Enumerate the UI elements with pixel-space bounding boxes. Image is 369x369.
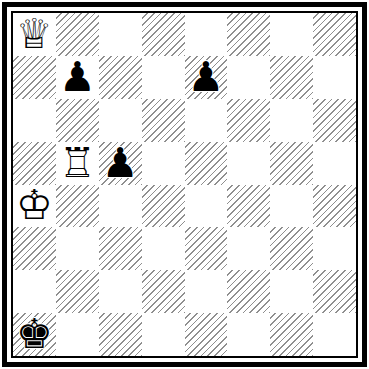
square-e1[interactable] (185, 313, 228, 356)
white-king: ♔ (16, 185, 53, 226)
square-h8[interactable] (313, 13, 356, 56)
square-g8[interactable] (270, 13, 313, 56)
square-a8[interactable]: ♕ (13, 13, 56, 56)
square-b5[interactable]: ♖ (56, 142, 99, 185)
square-g5[interactable] (270, 142, 313, 185)
square-e7[interactable]: ♟ (185, 56, 228, 99)
square-e4[interactable] (185, 185, 228, 228)
square-f5[interactable] (227, 142, 270, 185)
square-h6[interactable] (313, 99, 356, 142)
square-d8[interactable] (142, 13, 185, 56)
square-e3[interactable] (185, 227, 228, 270)
square-e6[interactable] (185, 99, 228, 142)
white-queen: ♕ (16, 14, 53, 55)
square-c5[interactable]: ♟ (99, 142, 142, 185)
square-b4[interactable] (56, 185, 99, 228)
square-b6[interactable] (56, 99, 99, 142)
square-g7[interactable] (270, 56, 313, 99)
board-outer-frame: ♕♟♟♖♟♔♚ (2, 2, 367, 367)
square-h4[interactable] (313, 185, 356, 228)
square-a5[interactable] (13, 142, 56, 185)
square-c8[interactable] (99, 13, 142, 56)
square-f1[interactable] (227, 313, 270, 356)
square-h5[interactable] (313, 142, 356, 185)
white-rook: ♖ (59, 143, 96, 184)
square-a6[interactable] (13, 99, 56, 142)
square-a7[interactable] (13, 56, 56, 99)
square-e5[interactable] (185, 142, 228, 185)
black-king: ♚ (16, 314, 53, 355)
square-f7[interactable] (227, 56, 270, 99)
square-b3[interactable] (56, 227, 99, 270)
square-h2[interactable] (313, 270, 356, 313)
square-f2[interactable] (227, 270, 270, 313)
square-g3[interactable] (270, 227, 313, 270)
square-f6[interactable] (227, 99, 270, 142)
square-h1[interactable] (313, 313, 356, 356)
square-e2[interactable] (185, 270, 228, 313)
black-pawn: ♟ (188, 57, 225, 98)
square-c7[interactable] (99, 56, 142, 99)
square-f3[interactable] (227, 227, 270, 270)
square-d4[interactable] (142, 185, 185, 228)
square-a2[interactable] (13, 270, 56, 313)
square-g1[interactable] (270, 313, 313, 356)
chessboard: ♕♟♟♖♟♔♚ (13, 13, 356, 356)
square-a3[interactable] (13, 227, 56, 270)
square-b2[interactable] (56, 270, 99, 313)
board-inner-frame: ♕♟♟♖♟♔♚ (11, 11, 358, 358)
chess-diagram: ♕♟♟♖♟♔♚ (0, 0, 369, 369)
square-d2[interactable] (142, 270, 185, 313)
square-g6[interactable] (270, 99, 313, 142)
square-f8[interactable] (227, 13, 270, 56)
square-c6[interactable] (99, 99, 142, 142)
square-d6[interactable] (142, 99, 185, 142)
square-d1[interactable] (142, 313, 185, 356)
square-h3[interactable] (313, 227, 356, 270)
square-c2[interactable] (99, 270, 142, 313)
square-c3[interactable] (99, 227, 142, 270)
square-a4[interactable]: ♔ (13, 185, 56, 228)
square-d3[interactable] (142, 227, 185, 270)
square-g4[interactable] (270, 185, 313, 228)
square-b8[interactable] (56, 13, 99, 56)
square-b1[interactable] (56, 313, 99, 356)
square-d7[interactable] (142, 56, 185, 99)
black-pawn: ♟ (102, 143, 139, 184)
square-f4[interactable] (227, 185, 270, 228)
square-c4[interactable] (99, 185, 142, 228)
black-pawn: ♟ (59, 57, 96, 98)
square-a1[interactable]: ♚ (13, 313, 56, 356)
square-g2[interactable] (270, 270, 313, 313)
square-b7[interactable]: ♟ (56, 56, 99, 99)
square-d5[interactable] (142, 142, 185, 185)
square-e8[interactable] (185, 13, 228, 56)
square-h7[interactable] (313, 56, 356, 99)
square-c1[interactable] (99, 313, 142, 356)
